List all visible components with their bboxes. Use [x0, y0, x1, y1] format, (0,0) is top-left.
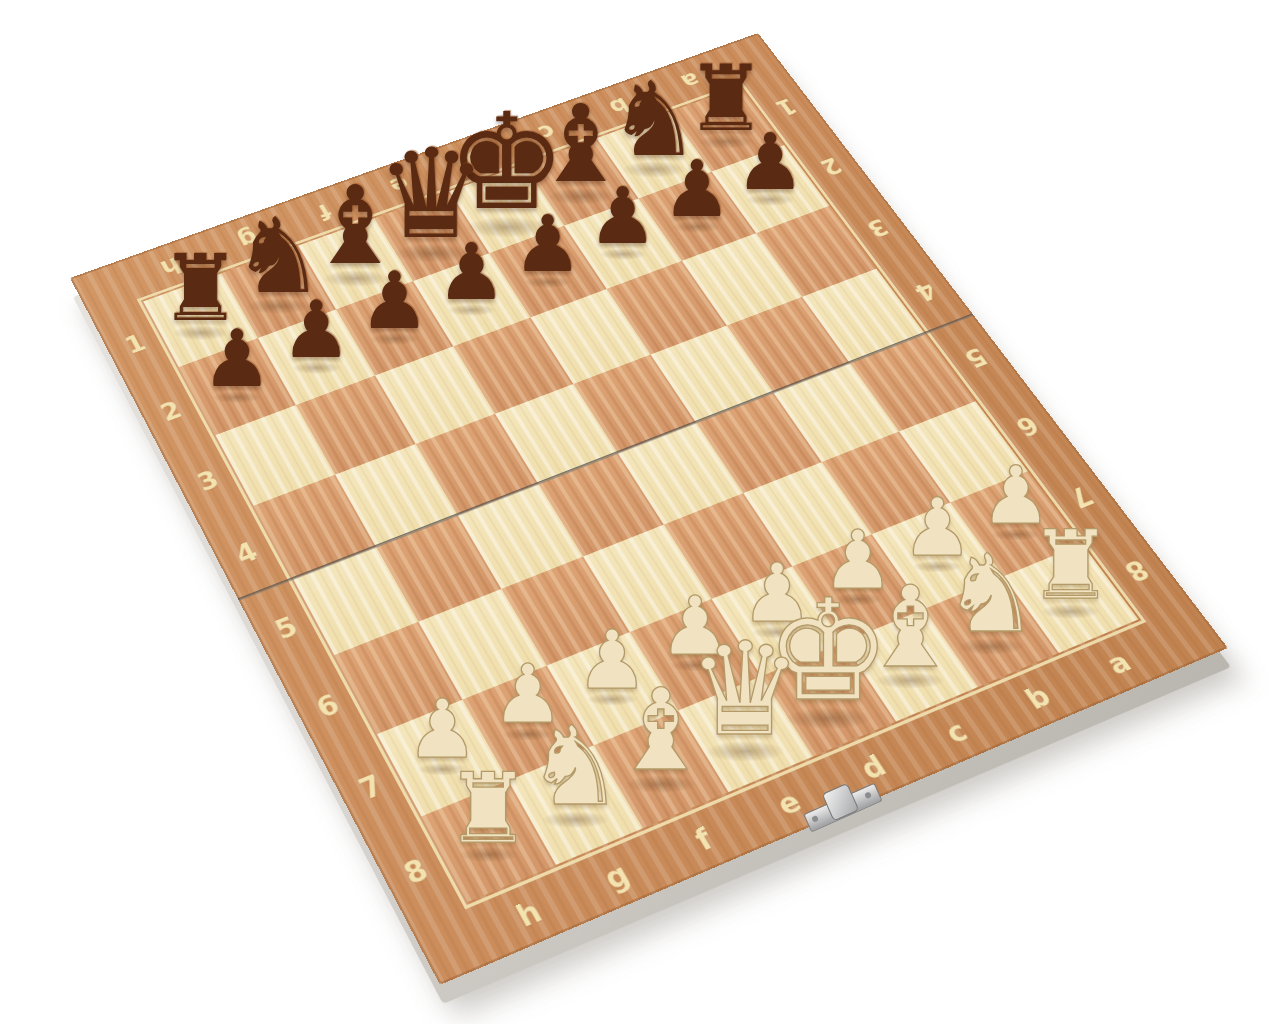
rank-label-right-3: 3: [862, 215, 893, 241]
rank-label-left-4: 4: [231, 537, 261, 567]
file-label-far-b: b: [605, 94, 634, 118]
play-area: [143, 86, 1138, 902]
rank-label-right-5: 5: [959, 344, 991, 372]
file-label-near-g: g: [599, 858, 634, 893]
rank-label-right-4: 4: [910, 278, 942, 305]
file-label-far-f: f: [313, 200, 335, 223]
file-label-near-h: h: [511, 895, 546, 931]
rank-label-left-1: 1: [121, 330, 149, 357]
rank-label-left-5: 5: [271, 612, 302, 643]
rank-label-right-1: 1: [771, 95, 800, 119]
rank-label-left-8: 8: [399, 853, 433, 888]
rank-label-right-2: 2: [816, 154, 846, 179]
photo-scene: hh11gg22ff33ee44dd55cc66bb77aa88 ♜♞♝♚♛♝♞…: [0, 0, 1280, 1024]
rank-label-left-3: 3: [193, 466, 223, 495]
file-label-near-a: a: [1101, 647, 1136, 679]
file-label-far-g: g: [234, 226, 263, 252]
chess-board: hh11gg22ff33ee44dd55cc66bb77aa88: [70, 33, 1228, 985]
file-label-far-h: h: [157, 254, 185, 280]
rank-label-right-7: 7: [1064, 482, 1098, 512]
file-label-far-e: e: [385, 172, 413, 197]
file-label-near-c: c: [939, 715, 972, 747]
rank-label-left-7: 7: [354, 770, 387, 804]
file-label-far-d: d: [459, 146, 488, 171]
rank-label-left-2: 2: [156, 397, 185, 425]
file-label-near-b: b: [1020, 680, 1056, 713]
rank-label-left-6: 6: [312, 689, 344, 721]
rank-label-right-6: 6: [1010, 411, 1043, 440]
file-label-far-a: a: [677, 69, 705, 92]
rank-label-right-8: 8: [1119, 555, 1154, 586]
file-label-far-c: c: [534, 120, 560, 143]
file-label-near-f: f: [689, 823, 717, 855]
